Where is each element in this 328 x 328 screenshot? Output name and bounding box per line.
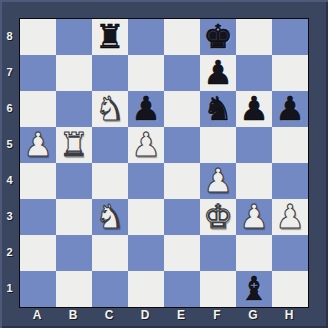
piece-white-knight-c3[interactable]: ♞ <box>95 199 125 235</box>
piece-black-rook-c8[interactable]: ♜ <box>95 19 125 55</box>
file-label-a: A <box>19 308 55 324</box>
square-c6[interactable]: ♞ <box>92 91 128 127</box>
square-a2[interactable] <box>20 235 56 271</box>
piece-black-knight-f6[interactable]: ♞ <box>203 91 233 127</box>
square-g6[interactable]: ♟ <box>236 91 272 127</box>
square-d5[interactable]: ♟ <box>128 127 164 163</box>
piece-black-pawn-g6[interactable]: ♟ <box>239 91 269 127</box>
rank-label-1: 1 <box>0 270 19 306</box>
square-g2[interactable] <box>236 235 272 271</box>
square-c3[interactable]: ♞ <box>92 199 128 235</box>
rank-label-7: 7 <box>0 54 19 90</box>
piece-black-pawn-d6[interactable]: ♟ <box>131 91 161 127</box>
rank-label-6: 6 <box>0 90 19 126</box>
square-f6[interactable]: ♞ <box>200 91 236 127</box>
piece-white-knight-c6[interactable]: ♞ <box>95 91 125 127</box>
square-d6[interactable]: ♟ <box>128 91 164 127</box>
square-b6[interactable] <box>56 91 92 127</box>
rank-label-5: 5 <box>0 126 19 162</box>
piece-white-king-f3[interactable]: ♚ <box>203 199 233 235</box>
square-f1[interactable] <box>200 271 236 307</box>
piece-white-pawn-f4[interactable]: ♟ <box>203 163 233 199</box>
square-c8[interactable]: ♜ <box>92 19 128 55</box>
square-e3[interactable] <box>164 199 200 235</box>
square-e7[interactable] <box>164 55 200 91</box>
rank-label-8: 8 <box>0 18 19 54</box>
square-h2[interactable] <box>272 235 308 271</box>
file-label-b: B <box>55 308 91 324</box>
rank-label-4: 4 <box>0 162 19 198</box>
square-c7[interactable] <box>92 55 128 91</box>
square-f4[interactable]: ♟ <box>200 163 236 199</box>
file-label-g: G <box>235 308 271 324</box>
file-label-h: H <box>271 308 307 324</box>
square-h6[interactable]: ♟ <box>272 91 308 127</box>
square-f7[interactable]: ♟ <box>200 55 236 91</box>
square-e6[interactable] <box>164 91 200 127</box>
file-label-f: F <box>199 308 235 324</box>
file-label-c: C <box>91 308 127 324</box>
piece-white-pawn-d5[interactable]: ♟ <box>131 127 161 163</box>
square-d8[interactable] <box>128 19 164 55</box>
rank-label-2: 2 <box>0 234 19 270</box>
chess-board[interactable]: ♜♚♟♞♟♞♟♟♟♜♟♟♞♚♟♟♝ <box>19 18 309 308</box>
square-b2[interactable] <box>56 235 92 271</box>
piece-black-pawn-h6[interactable]: ♟ <box>275 91 305 127</box>
square-e2[interactable] <box>164 235 200 271</box>
square-h1[interactable] <box>272 271 308 307</box>
square-f5[interactable] <box>200 127 236 163</box>
piece-white-pawn-g3[interactable]: ♟ <box>239 199 269 235</box>
piece-white-pawn-a5[interactable]: ♟ <box>23 127 53 163</box>
square-g4[interactable] <box>236 163 272 199</box>
piece-white-pawn-h3[interactable]: ♟ <box>275 199 305 235</box>
square-a8[interactable] <box>20 19 56 55</box>
square-a1[interactable] <box>20 271 56 307</box>
square-f3[interactable]: ♚ <box>200 199 236 235</box>
square-g5[interactable] <box>236 127 272 163</box>
square-d3[interactable] <box>128 199 164 235</box>
square-c2[interactable] <box>92 235 128 271</box>
square-e8[interactable] <box>164 19 200 55</box>
square-b5[interactable]: ♜ <box>56 127 92 163</box>
square-f8[interactable]: ♚ <box>200 19 236 55</box>
file-label-d: D <box>127 308 163 324</box>
square-h5[interactable] <box>272 127 308 163</box>
square-c4[interactable] <box>92 163 128 199</box>
square-h3[interactable]: ♟ <box>272 199 308 235</box>
square-d1[interactable] <box>128 271 164 307</box>
square-c1[interactable] <box>92 271 128 307</box>
square-d4[interactable] <box>128 163 164 199</box>
square-e4[interactable] <box>164 163 200 199</box>
square-a7[interactable] <box>20 55 56 91</box>
file-label-e: E <box>163 308 199 324</box>
rank-label-3: 3 <box>0 198 19 234</box>
square-d2[interactable] <box>128 235 164 271</box>
square-g7[interactable] <box>236 55 272 91</box>
square-e5[interactable] <box>164 127 200 163</box>
square-b1[interactable] <box>56 271 92 307</box>
square-a5[interactable]: ♟ <box>20 127 56 163</box>
chess-board-frame: 87654321 ♜♚♟♞♟♞♟♟♟♜♟♟♞♚♟♟♝ ABCDEFGH <box>0 0 328 328</box>
square-h7[interactable] <box>272 55 308 91</box>
piece-black-bishop-g1[interactable]: ♝ <box>239 271 269 307</box>
square-d7[interactable] <box>128 55 164 91</box>
square-e1[interactable] <box>164 271 200 307</box>
square-h4[interactable] <box>272 163 308 199</box>
square-b8[interactable] <box>56 19 92 55</box>
piece-black-pawn-f7[interactable]: ♟ <box>203 55 233 91</box>
square-g8[interactable] <box>236 19 272 55</box>
square-g3[interactable]: ♟ <box>236 199 272 235</box>
piece-black-king-f8[interactable]: ♚ <box>203 19 233 55</box>
square-a4[interactable] <box>20 163 56 199</box>
rank-labels: 87654321 <box>0 18 19 306</box>
square-b3[interactable] <box>56 199 92 235</box>
square-a3[interactable] <box>20 199 56 235</box>
square-g1[interactable]: ♝ <box>236 271 272 307</box>
square-f2[interactable] <box>200 235 236 271</box>
square-a6[interactable] <box>20 91 56 127</box>
file-labels: ABCDEFGH <box>19 308 309 324</box>
piece-white-rook-b5[interactable]: ♜ <box>59 127 89 163</box>
square-c5[interactable] <box>92 127 128 163</box>
square-b7[interactable] <box>56 55 92 91</box>
square-b4[interactable] <box>56 163 92 199</box>
square-h8[interactable] <box>272 19 308 55</box>
